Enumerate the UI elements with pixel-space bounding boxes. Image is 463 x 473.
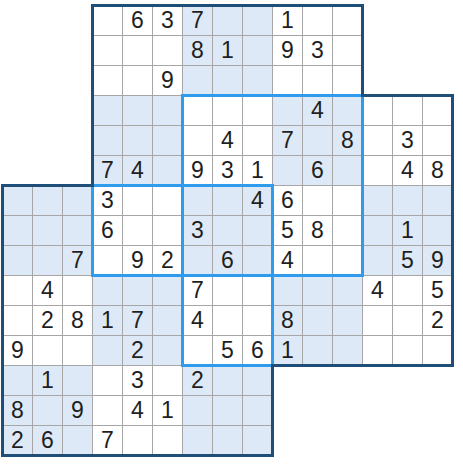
cell-r4c12-empty[interactable]: [332, 95, 362, 125]
inner-grid-border-segment: [181, 184, 274, 187]
cell-r4c11-given[interactable]: 4: [302, 95, 332, 125]
cell-r3c8-empty[interactable]: [212, 65, 242, 95]
cell-r11c10-given[interactable]: 8: [272, 305, 302, 335]
cell-r11c1-empty[interactable]: [2, 305, 32, 335]
cell-r3c12-empty[interactable]: [332, 65, 362, 95]
outer-grid-border-segment: [451, 94, 454, 187]
cell-r5c7-empty[interactable]: [182, 125, 212, 155]
cell-r13c1-empty[interactable]: [2, 365, 32, 395]
cell-r3c4-empty[interactable]: [92, 65, 122, 95]
cell-r4c9-empty[interactable]: [242, 95, 272, 125]
cell-r9c12-empty[interactable]: [332, 245, 362, 275]
cell-r3c7-empty[interactable]: [182, 65, 212, 95]
cell-r5c15-empty[interactable]: [422, 125, 452, 155]
outer-grid-border-segment: [1, 364, 4, 457]
cell-r7c15-empty[interactable]: [422, 185, 452, 215]
cell-r8c4-given[interactable]: 6: [92, 215, 122, 245]
cell-r11c5-given[interactable]: 7: [122, 305, 152, 335]
cell-r5c6-empty[interactable]: [152, 125, 182, 155]
cell-r1c9-empty[interactable]: [242, 5, 272, 35]
cell-r6c9-given[interactable]: 1: [242, 155, 272, 185]
cell-r7c7-empty[interactable]: [182, 185, 212, 215]
cell-r9c7-empty[interactable]: [182, 245, 212, 275]
inner-grid-border-segment: [361, 94, 364, 187]
cell-r2c11-given[interactable]: 3: [302, 35, 332, 65]
cell-r4c8-empty[interactable]: [212, 95, 242, 125]
cell-r15c1-given[interactable]: 2: [2, 425, 32, 455]
cell-r12c15-empty[interactable]: [422, 335, 452, 365]
cell-r11c8-empty[interactable]: [212, 305, 242, 335]
cell-r15c2-given[interactable]: 6: [32, 425, 62, 455]
cell-r7c12-empty[interactable]: [332, 185, 362, 215]
inner-grid-border-segment: [271, 94, 364, 97]
cell-r4c13-empty[interactable]: [362, 95, 392, 125]
cell-r10c2-given[interactable]: 4: [32, 275, 62, 305]
cell-r10c12-empty[interactable]: [332, 275, 362, 305]
cell-r15c6-empty[interactable]: [152, 425, 182, 455]
cell-r2c6-empty[interactable]: [152, 35, 182, 65]
cell-r7c13-empty[interactable]: [362, 185, 392, 215]
cell-r14c9-empty[interactable]: [242, 395, 272, 425]
cell-r12c5-given[interactable]: 2: [122, 335, 152, 365]
cell-r14c2-empty[interactable]: [32, 395, 62, 425]
cell-r8c2-empty[interactable]: [32, 215, 62, 245]
cell-r12c1-given[interactable]: 9: [2, 335, 32, 365]
cell-r13c6-empty[interactable]: [152, 365, 182, 395]
cell-r4c15-empty[interactable]: [422, 95, 452, 125]
cell-r12c11-empty[interactable]: [302, 335, 332, 365]
cell-r10c6-empty[interactable]: [152, 275, 182, 305]
cell-r6c7-given[interactable]: 9: [182, 155, 212, 185]
cell-r8c9-empty[interactable]: [242, 215, 272, 245]
inner-grid-border-segment: [361, 184, 364, 277]
cell-r6c10-empty[interactable]: [272, 155, 302, 185]
inner-grid-border-segment: [271, 184, 274, 277]
cell-r11c3-given[interactable]: 8: [62, 305, 92, 335]
cell-r12c12-empty[interactable]: [332, 335, 362, 365]
outer-grid-border-segment: [361, 4, 364, 97]
outer-grid-border-segment: [271, 4, 364, 7]
cell-r3c10-empty[interactable]: [272, 65, 302, 95]
cell-r7c2-empty[interactable]: [32, 185, 62, 215]
outer-grid-border-segment: [451, 184, 454, 277]
cell-r11c4-given[interactable]: 1: [92, 305, 122, 335]
cell-r6c14-given[interactable]: 4: [392, 155, 422, 185]
cell-r10c11-empty[interactable]: [302, 275, 332, 305]
cell-r11c14-empty[interactable]: [392, 305, 422, 335]
cell-r5c12-given[interactable]: 8: [332, 125, 362, 155]
cell-r15c9-empty[interactable]: [242, 425, 272, 455]
cell-r10c1-empty[interactable]: [2, 275, 32, 305]
cell-r3c6-given[interactable]: 9: [152, 65, 182, 95]
cell-r15c8-empty[interactable]: [212, 425, 242, 455]
inner-grid-border-segment: [181, 274, 274, 277]
cell-r14c1-given[interactable]: 8: [2, 395, 32, 425]
cell-r10c15-given[interactable]: 5: [422, 275, 452, 305]
cell-r10c7-given[interactable]: 7: [182, 275, 212, 305]
cell-r8c1-empty[interactable]: [2, 215, 32, 245]
cell-r13c4-empty[interactable]: [92, 365, 122, 395]
cell-r2c9-empty[interactable]: [242, 35, 272, 65]
outer-grid-border-segment: [361, 364, 454, 367]
cell-r3c5-empty[interactable]: [122, 65, 152, 95]
cell-r4c14-empty[interactable]: [392, 95, 422, 125]
cell-r7c1-empty[interactable]: [2, 185, 32, 215]
cell-r12c13-empty[interactable]: [362, 335, 392, 365]
cell-r15c3-empty[interactable]: [62, 425, 92, 455]
cell-r14c6-given[interactable]: 1: [152, 395, 182, 425]
page: 6371819394478374931648346635817926459474…: [0, 0, 463, 473]
cell-r2c12-empty[interactable]: [332, 35, 362, 65]
cell-r13c2-given[interactable]: 1: [32, 365, 62, 395]
cell-r8c8-empty[interactable]: [212, 215, 242, 245]
cell-r7c8-empty[interactable]: [212, 185, 242, 215]
cell-r5c13-empty[interactable]: [362, 125, 392, 155]
cell-r9c6-given[interactable]: 2: [152, 245, 182, 275]
cell-r9c9-empty[interactable]: [242, 245, 272, 275]
cell-r9c11-empty[interactable]: [302, 245, 332, 275]
cell-r4c6-empty[interactable]: [152, 95, 182, 125]
cell-r5c9-empty[interactable]: [242, 125, 272, 155]
cell-r11c2-given[interactable]: 2: [32, 305, 62, 335]
outer-grid-border-segment: [91, 94, 94, 187]
cell-r8c12-empty[interactable]: [332, 215, 362, 245]
outer-grid-border-segment: [1, 454, 94, 457]
outer-grid-border-segment: [1, 274, 4, 367]
cell-r14c4-empty[interactable]: [92, 395, 122, 425]
cell-r10c14-empty[interactable]: [392, 275, 422, 305]
cell-r5c10-given[interactable]: 7: [272, 125, 302, 155]
inner-grid-border-segment: [91, 184, 94, 277]
inner-grid-border-segment: [91, 184, 184, 187]
outer-grid-border-segment: [271, 364, 364, 367]
cell-r9c1-empty[interactable]: [2, 245, 32, 275]
cell-r5c14-given[interactable]: 3: [392, 125, 422, 155]
outer-grid-border-segment: [1, 184, 4, 277]
cell-r14c5-given[interactable]: 4: [122, 395, 152, 425]
sudoku-board: 6371819394478374931648346635817926459474…: [2, 5, 452, 455]
cell-r1c6-given[interactable]: 3: [152, 5, 182, 35]
cell-r2c10-given[interactable]: 9: [272, 35, 302, 65]
cell-r12c2-empty[interactable]: [32, 335, 62, 365]
cell-r11c11-empty[interactable]: [302, 305, 332, 335]
inner-grid-border-segment: [181, 94, 274, 97]
cell-r12c14-empty[interactable]: [392, 335, 422, 365]
cell-r9c8-given[interactable]: 6: [212, 245, 242, 275]
outer-grid-border-segment: [1, 184, 94, 187]
cell-r7c4-given[interactable]: 3: [92, 185, 122, 215]
cell-r9c13-empty[interactable]: [362, 245, 392, 275]
cell-r1c8-empty[interactable]: [212, 5, 242, 35]
cell-r15c7-empty[interactable]: [182, 425, 212, 455]
cell-r9c14-given[interactable]: 5: [392, 245, 422, 275]
cell-r9c2-empty[interactable]: [32, 245, 62, 275]
inner-grid-border-segment: [181, 184, 184, 277]
cell-r2c4-empty[interactable]: [92, 35, 122, 65]
cell-r1c7-given[interactable]: 7: [182, 5, 212, 35]
cell-r6c5-given[interactable]: 4: [122, 155, 152, 185]
cell-r8c7-given[interactable]: 3: [182, 215, 212, 245]
outer-grid-border-segment: [181, 4, 274, 7]
cell-r2c8-given[interactable]: 1: [212, 35, 242, 65]
inner-grid-border-segment: [271, 274, 364, 277]
cell-r7c9-given[interactable]: 4: [242, 185, 272, 215]
cell-r14c8-empty[interactable]: [212, 395, 242, 425]
cell-r1c4-empty[interactable]: [92, 5, 122, 35]
cell-r10c9-empty[interactable]: [242, 275, 272, 305]
cell-r11c9-empty[interactable]: [242, 305, 272, 335]
cell-r7c14-empty[interactable]: [392, 185, 422, 215]
cell-r8c11-given[interactable]: 8: [302, 215, 332, 245]
cell-r6c12-empty[interactable]: [332, 155, 362, 185]
outer-grid-border-segment: [361, 94, 454, 97]
cell-r2c7-given[interactable]: 8: [182, 35, 212, 65]
cell-r6c8-given[interactable]: 3: [212, 155, 242, 185]
cell-r15c5-empty[interactable]: [122, 425, 152, 455]
inner-grid-border-segment: [181, 274, 184, 367]
outer-grid-border-segment: [91, 454, 184, 457]
cell-r7c11-empty[interactable]: [302, 185, 332, 215]
cell-r8c5-empty[interactable]: [122, 215, 152, 245]
inner-grid-border-segment: [271, 274, 274, 367]
cell-r5c4-empty[interactable]: [92, 125, 122, 155]
cell-r12c10-given[interactable]: 1: [272, 335, 302, 365]
cell-r10c5-empty[interactable]: [122, 275, 152, 305]
cell-r9c4-empty[interactable]: [92, 245, 122, 275]
cell-r9c5-given[interactable]: 9: [122, 245, 152, 275]
cell-r1c5-given[interactable]: 6: [122, 5, 152, 35]
cell-r11c7-given[interactable]: 4: [182, 305, 212, 335]
cell-r6c4-given[interactable]: 7: [92, 155, 122, 185]
cell-r10c4-empty[interactable]: [92, 275, 122, 305]
cell-r5c8-given[interactable]: 4: [212, 125, 242, 155]
cell-r8c13-empty[interactable]: [362, 215, 392, 245]
cell-r11c12-empty[interactable]: [332, 305, 362, 335]
outer-grid-border-segment: [271, 364, 274, 457]
cell-r3c9-empty[interactable]: [242, 65, 272, 95]
cell-r6c15-given[interactable]: 8: [422, 155, 452, 185]
cell-r12c6-empty[interactable]: [152, 335, 182, 365]
cell-r15c4-given[interactable]: 7: [92, 425, 122, 455]
cell-r4c5-empty[interactable]: [122, 95, 152, 125]
cell-r12c4-empty[interactable]: [92, 335, 122, 365]
cell-r7c6-empty[interactable]: [152, 185, 182, 215]
cell-r10c10-empty[interactable]: [272, 275, 302, 305]
cell-r1c12-empty[interactable]: [332, 5, 362, 35]
cell-r10c8-empty[interactable]: [212, 275, 242, 305]
inner-grid-border-segment: [181, 364, 274, 367]
cell-r6c13-empty[interactable]: [362, 155, 392, 185]
cell-r5c11-empty[interactable]: [302, 125, 332, 155]
cell-r11c13-empty[interactable]: [362, 305, 392, 335]
cell-r13c8-empty[interactable]: [212, 365, 242, 395]
cell-r10c3-empty[interactable]: [62, 275, 92, 305]
cell-r10c13-given[interactable]: 4: [362, 275, 392, 305]
cell-r4c10-empty[interactable]: [272, 95, 302, 125]
cell-r8c3-empty[interactable]: [62, 215, 92, 245]
cell-r1c10-given[interactable]: 1: [272, 5, 302, 35]
cell-r11c6-empty[interactable]: [152, 305, 182, 335]
cell-r12c8-given[interactable]: 5: [212, 335, 242, 365]
outer-grid-border-segment: [181, 454, 274, 457]
cell-r8c6-empty[interactable]: [152, 215, 182, 245]
cell-r12c3-empty[interactable]: [62, 335, 92, 365]
cell-r4c4-empty[interactable]: [92, 95, 122, 125]
cell-r13c7-given[interactable]: 2: [182, 365, 212, 395]
cell-r8c14-given[interactable]: 1: [392, 215, 422, 245]
cell-r13c5-given[interactable]: 3: [122, 365, 152, 395]
cell-r14c3-given[interactable]: 9: [62, 395, 92, 425]
cell-r12c9-given[interactable]: 6: [242, 335, 272, 365]
inner-grid-border-segment: [181, 94, 184, 187]
cell-r9c15-given[interactable]: 9: [422, 245, 452, 275]
outer-grid-border-segment: [91, 4, 94, 97]
cell-r11c15-given[interactable]: 2: [422, 305, 452, 335]
cell-r13c3-empty[interactable]: [62, 365, 92, 395]
cell-r5c5-empty[interactable]: [122, 125, 152, 155]
cell-r6c6-empty[interactable]: [152, 155, 182, 185]
cell-r8c10-given[interactable]: 5: [272, 215, 302, 245]
cell-r9c10-given[interactable]: 4: [272, 245, 302, 275]
cell-r4c7-empty[interactable]: [182, 95, 212, 125]
outer-grid-border-segment: [451, 274, 454, 367]
cell-r1c11-empty[interactable]: [302, 5, 332, 35]
cell-r12c7-empty[interactable]: [182, 335, 212, 365]
cell-r9c3-given[interactable]: 7: [62, 245, 92, 275]
cell-r8c15-empty[interactable]: [422, 215, 452, 245]
cell-r2c5-empty[interactable]: [122, 35, 152, 65]
outer-grid-border-segment: [91, 4, 184, 7]
inner-grid-border-segment: [91, 274, 184, 277]
cell-r14c7-empty[interactable]: [182, 395, 212, 425]
cell-r6c11-given[interactable]: 6: [302, 155, 332, 185]
cell-r13c9-empty[interactable]: [242, 365, 272, 395]
cell-r3c11-empty[interactable]: [302, 65, 332, 95]
cell-r7c3-empty[interactable]: [62, 185, 92, 215]
cell-r7c10-given[interactable]: 6: [272, 185, 302, 215]
cell-r7c5-empty[interactable]: [122, 185, 152, 215]
